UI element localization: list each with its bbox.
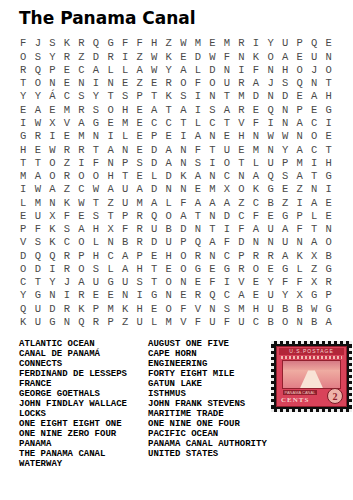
grid-cell[interactable]: N — [45, 289, 60, 302]
grid-cell[interactable]: V — [176, 316, 191, 329]
grid-cell[interactable]: E — [31, 143, 46, 156]
grid-cell[interactable]: U — [307, 50, 322, 63]
grid-cell[interactable]: E — [16, 209, 31, 222]
grid-cell[interactable]: O — [16, 50, 31, 63]
grid-cell[interactable]: E — [249, 103, 264, 116]
grid-cell[interactable]: U — [118, 183, 133, 196]
grid-cell[interactable]: R — [191, 289, 206, 302]
grid-cell[interactable]: R — [31, 130, 46, 143]
grid-cell[interactable]: L — [147, 316, 162, 329]
grid-cell[interactable]: K — [161, 90, 176, 103]
grid-cell[interactable]: T — [89, 196, 104, 209]
grid-cell[interactable]: A — [74, 223, 89, 236]
grid-cell[interactable]: O — [321, 236, 336, 249]
grid-cell[interactable]: R — [74, 289, 89, 302]
grid-cell[interactable]: T — [321, 77, 336, 90]
grid-cell[interactable]: U — [263, 156, 278, 169]
grid-cell[interactable]: M — [161, 316, 176, 329]
grid-cell[interactable]: G — [321, 103, 336, 116]
grid-cell[interactable]: N — [292, 316, 307, 329]
grid-cell[interactable]: K — [60, 37, 75, 50]
grid-cell[interactable]: S — [132, 276, 147, 289]
grid-cell[interactable]: H — [132, 263, 147, 276]
grid-cell[interactable]: P — [74, 249, 89, 262]
grid-cell[interactable]: D — [161, 170, 176, 183]
grid-cell[interactable]: E — [132, 130, 147, 143]
grid-cell[interactable]: B — [118, 236, 133, 249]
grid-cell[interactable]: N — [176, 276, 191, 289]
grid-cell[interactable]: Z — [118, 316, 133, 329]
grid-cell[interactable]: X — [103, 223, 118, 236]
grid-cell[interactable]: L — [103, 64, 118, 77]
grid-cell[interactable]: P — [132, 249, 147, 262]
grid-cell[interactable]: S — [89, 209, 104, 222]
grid-cell[interactable]: U — [263, 302, 278, 315]
grid-cell[interactable]: R — [234, 37, 249, 50]
grid-cell[interactable]: R — [103, 50, 118, 63]
grid-cell[interactable]: L — [147, 170, 162, 183]
grid-cell[interactable]: H — [161, 249, 176, 262]
grid-cell[interactable]: W — [176, 37, 191, 50]
grid-cell[interactable]: R — [263, 249, 278, 262]
grid-cell[interactable]: F — [205, 276, 220, 289]
grid-cell[interactable]: A — [147, 103, 162, 116]
grid-cell[interactable]: H — [16, 143, 31, 156]
grid-cell[interactable]: A — [31, 103, 46, 116]
grid-cell[interactable]: W — [147, 50, 162, 63]
grid-cell[interactable]: U — [263, 223, 278, 236]
grid-cell[interactable]: C — [103, 249, 118, 262]
grid-cell[interactable]: E — [292, 90, 307, 103]
grid-cell[interactable]: Z — [132, 77, 147, 90]
grid-cell[interactable]: Y — [263, 276, 278, 289]
grid-cell[interactable]: N — [205, 90, 220, 103]
grid-cell[interactable]: R — [249, 249, 264, 262]
grid-cell[interactable]: U — [31, 209, 46, 222]
grid-cell[interactable]: A — [176, 103, 191, 116]
grid-cell[interactable]: E — [161, 263, 176, 276]
grid-cell[interactable]: P — [132, 90, 147, 103]
grid-cell[interactable]: L — [16, 196, 31, 209]
grid-cell[interactable]: W — [31, 183, 46, 196]
grid-cell[interactable]: Y — [263, 37, 278, 50]
grid-cell[interactable]: C — [74, 64, 89, 77]
grid-cell[interactable]: V — [16, 236, 31, 249]
grid-cell[interactable]: F — [60, 209, 75, 222]
grid-cell[interactable]: E — [205, 263, 220, 276]
grid-cell[interactable]: P — [16, 223, 31, 236]
grid-cell[interactable]: U — [161, 236, 176, 249]
grid-cell[interactable]: O — [307, 130, 322, 143]
grid-cell[interactable]: E — [321, 196, 336, 209]
grid-cell[interactable]: Q — [263, 103, 278, 116]
grid-cell[interactable]: S — [45, 37, 60, 50]
grid-cell[interactable]: A — [161, 143, 176, 156]
grid-cell[interactable]: P — [45, 64, 60, 77]
grid-cell[interactable]: F — [292, 223, 307, 236]
grid-cell[interactable]: H — [89, 249, 104, 262]
grid-cell[interactable]: E — [263, 209, 278, 222]
grid-cell[interactable]: C — [147, 117, 162, 130]
grid-cell[interactable]: F — [191, 316, 206, 329]
grid-cell[interactable]: H — [249, 302, 264, 315]
grid-cell[interactable]: I — [103, 130, 118, 143]
grid-cell[interactable]: F — [249, 117, 264, 130]
grid-cell[interactable]: Z — [103, 196, 118, 209]
grid-cell[interactable]: A — [118, 249, 133, 262]
grid-cell[interactable]: N — [249, 130, 264, 143]
grid-cell[interactable]: H — [118, 103, 133, 116]
grid-cell[interactable]: I — [220, 223, 235, 236]
grid-cell[interactable]: M — [118, 117, 133, 130]
grid-cell[interactable]: D — [278, 90, 293, 103]
grid-cell[interactable]: C — [220, 249, 235, 262]
grid-cell[interactable]: F — [16, 37, 31, 50]
grid-cell[interactable]: N — [205, 130, 220, 143]
grid-cell[interactable]: G — [321, 302, 336, 315]
grid-cell[interactable]: Q — [263, 170, 278, 183]
grid-cell[interactable]: S — [89, 103, 104, 116]
grid-cell[interactable]: O — [161, 276, 176, 289]
grid-cell[interactable]: D — [205, 64, 220, 77]
grid-cell[interactable]: W — [31, 117, 46, 130]
grid-cell[interactable]: A — [292, 117, 307, 130]
grid-cell[interactable]: N — [118, 143, 133, 156]
grid-cell[interactable]: U — [89, 276, 104, 289]
grid-cell[interactable]: F — [220, 236, 235, 249]
grid-cell[interactable]: O — [278, 316, 293, 329]
grid-cell[interactable]: E — [132, 103, 147, 116]
grid-cell[interactable]: N — [321, 50, 336, 63]
grid-cell[interactable]: A — [45, 183, 60, 196]
grid-cell[interactable]: O — [74, 236, 89, 249]
grid-cell[interactable]: R — [60, 50, 75, 63]
grid-cell[interactable]: M — [220, 37, 235, 50]
grid-cell[interactable]: T — [321, 143, 336, 156]
grid-cell[interactable]: E — [263, 263, 278, 276]
grid-cell[interactable]: N — [263, 64, 278, 77]
grid-cell[interactable]: O — [205, 77, 220, 90]
grid-cell[interactable]: E — [60, 130, 75, 143]
grid-cell[interactable]: S — [31, 236, 46, 249]
grid-cell[interactable]: H — [321, 156, 336, 169]
grid-cell[interactable]: N — [292, 236, 307, 249]
grid-cell[interactable]: W — [263, 130, 278, 143]
grid-cell[interactable]: L — [118, 130, 133, 143]
grid-cell[interactable]: J — [31, 37, 46, 50]
grid-cell[interactable]: F — [176, 196, 191, 209]
grid-cell[interactable]: T — [191, 209, 206, 222]
grid-cell[interactable]: T — [89, 143, 104, 156]
grid-cell[interactable]: G — [263, 183, 278, 196]
grid-cell[interactable]: D — [147, 143, 162, 156]
grid-cell[interactable]: R — [74, 103, 89, 116]
grid-cell[interactable]: S — [220, 302, 235, 315]
grid-cell[interactable]: X — [45, 117, 60, 130]
grid-cell[interactable]: O — [176, 249, 191, 262]
grid-cell[interactable]: E — [16, 103, 31, 116]
grid-cell[interactable]: I — [307, 156, 322, 169]
grid-cell[interactable]: I — [118, 50, 133, 63]
grid-cell[interactable]: M — [249, 143, 264, 156]
grid-cell[interactable]: N — [278, 117, 293, 130]
grid-cell[interactable]: D — [191, 50, 206, 63]
grid-cell[interactable]: A — [191, 170, 206, 183]
grid-cell[interactable]: A — [89, 64, 104, 77]
grid-cell[interactable]: Z — [132, 50, 147, 63]
grid-cell[interactable]: K — [74, 302, 89, 315]
grid-cell[interactable]: Z — [60, 183, 75, 196]
grid-cell[interactable]: V — [234, 276, 249, 289]
grid-cell[interactable]: S — [74, 90, 89, 103]
grid-cell[interactable]: P — [292, 37, 307, 50]
grid-cell[interactable]: A — [31, 170, 46, 183]
grid-cell[interactable]: O — [161, 209, 176, 222]
grid-cell[interactable]: I — [60, 289, 75, 302]
grid-cell[interactable]: U — [220, 77, 235, 90]
grid-cell[interactable]: P — [103, 316, 118, 329]
grid-cell[interactable]: N — [161, 289, 176, 302]
grid-cell[interactable]: F — [118, 37, 133, 50]
grid-cell[interactable]: P — [89, 302, 104, 315]
grid-cell[interactable]: A — [249, 170, 264, 183]
grid-cell[interactable]: G — [307, 289, 322, 302]
grid-cell[interactable]: T — [220, 90, 235, 103]
grid-cell[interactable]: A — [307, 236, 322, 249]
grid-cell[interactable]: T — [16, 156, 31, 169]
grid-cell[interactable]: A — [220, 196, 235, 209]
grid-cell[interactable]: I — [321, 183, 336, 196]
grid-cell[interactable]: P — [292, 209, 307, 222]
grid-cell[interactable]: T — [147, 276, 162, 289]
grid-cell[interactable]: S — [176, 90, 191, 103]
grid-cell[interactable]: K — [45, 223, 60, 236]
grid-cell[interactable]: E — [161, 130, 176, 143]
grid-cell[interactable]: R — [234, 103, 249, 116]
grid-cell[interactable]: R — [132, 236, 147, 249]
grid-cell[interactable]: S — [132, 156, 147, 169]
grid-cell[interactable]: T — [16, 77, 31, 90]
grid-cell[interactable]: T — [103, 209, 118, 222]
grid-cell[interactable]: A — [74, 117, 89, 130]
grid-cell[interactable]: Á — [45, 90, 60, 103]
grid-cell[interactable]: I — [45, 130, 60, 143]
grid-cell[interactable]: C — [249, 196, 264, 209]
grid-cell[interactable]: K — [118, 302, 133, 315]
grid-cell[interactable]: A — [132, 183, 147, 196]
grid-cell[interactable]: O — [74, 170, 89, 183]
grid-cell[interactable]: N — [45, 196, 60, 209]
grid-cell[interactable]: O — [45, 156, 60, 169]
grid-cell[interactable]: F — [234, 223, 249, 236]
grid-cell[interactable]: W — [147, 64, 162, 77]
grid-cell[interactable]: E — [176, 289, 191, 302]
grid-cell[interactable]: Q — [16, 302, 31, 315]
grid-cell[interactable]: J — [263, 77, 278, 90]
grid-cell[interactable]: N — [263, 236, 278, 249]
grid-cell[interactable]: R — [132, 223, 147, 236]
grid-cell[interactable]: A — [249, 223, 264, 236]
grid-cell[interactable]: Z — [278, 196, 293, 209]
grid-cell[interactable]: J — [307, 64, 322, 77]
grid-cell[interactable]: R — [161, 77, 176, 90]
grid-cell[interactable]: G — [191, 263, 206, 276]
grid-cell[interactable]: T — [176, 117, 191, 130]
grid-cell[interactable]: M — [234, 90, 249, 103]
grid-cell[interactable]: N — [118, 289, 133, 302]
grid-cell[interactable]: B — [263, 196, 278, 209]
grid-cell[interactable]: B — [321, 249, 336, 262]
grid-cell[interactable]: U — [278, 236, 293, 249]
grid-cell[interactable]: I — [45, 263, 60, 276]
grid-cell[interactable]: K — [60, 196, 75, 209]
grid-cell[interactable]: P — [176, 236, 191, 249]
grid-cell[interactable]: C — [220, 170, 235, 183]
grid-cell[interactable]: N — [191, 223, 206, 236]
grid-cell[interactable]: F — [191, 77, 206, 90]
grid-cell[interactable]: Q — [74, 316, 89, 329]
grid-cell[interactable]: X — [292, 289, 307, 302]
grid-cell[interactable]: R — [89, 316, 104, 329]
grid-cell[interactable]: Z — [234, 196, 249, 209]
grid-cell[interactable]: B — [161, 223, 176, 236]
grid-cell[interactable]: T — [205, 223, 220, 236]
grid-cell[interactable]: U — [118, 276, 133, 289]
grid-cell[interactable]: Y — [45, 50, 60, 63]
grid-cell[interactable]: P — [147, 130, 162, 143]
grid-cell[interactable]: M — [234, 302, 249, 315]
grid-cell[interactable]: D — [249, 90, 264, 103]
grid-cell[interactable]: X — [220, 183, 235, 196]
grid-cell[interactable]: A — [249, 77, 264, 90]
grid-cell[interactable]: D — [89, 50, 104, 63]
grid-cell[interactable]: B — [307, 316, 322, 329]
grid-cell[interactable]: R — [60, 263, 75, 276]
grid-cell[interactable]: Q — [89, 37, 104, 50]
grid-cell[interactable]: O — [16, 263, 31, 276]
grid-cell[interactable]: R — [321, 276, 336, 289]
grid-cell[interactable]: E — [89, 289, 104, 302]
grid-cell[interactable]: A — [220, 103, 235, 116]
grid-cell[interactable]: O — [74, 263, 89, 276]
grid-cell[interactable]: O — [321, 64, 336, 77]
grid-cell[interactable]: E — [205, 37, 220, 50]
grid-cell[interactable]: A — [191, 130, 206, 143]
grid-cell[interactable]: R — [60, 249, 75, 262]
grid-cell[interactable]: W — [278, 130, 293, 143]
grid-cell[interactable]: R — [74, 143, 89, 156]
grid-cell[interactable]: F — [220, 316, 235, 329]
grid-cell[interactable]: A — [74, 276, 89, 289]
grid-cell[interactable]: R — [234, 263, 249, 276]
grid-cell[interactable]: G — [31, 289, 46, 302]
grid-cell[interactable]: K — [249, 183, 264, 196]
grid-cell[interactable]: C — [161, 117, 176, 130]
grid-cell[interactable]: Q — [147, 209, 162, 222]
grid-cell[interactable]: X — [307, 276, 322, 289]
grid-cell[interactable]: E — [321, 209, 336, 222]
grid-cell[interactable]: D — [176, 223, 191, 236]
grid-cell[interactable]: O — [103, 103, 118, 116]
grid-cell[interactable]: M — [60, 103, 75, 116]
grid-cell[interactable]: C — [74, 183, 89, 196]
grid-cell[interactable]: P — [118, 209, 133, 222]
grid-cell[interactable]: E — [191, 276, 206, 289]
grid-cell[interactable]: J — [60, 276, 75, 289]
grid-cell[interactable]: L — [292, 263, 307, 276]
grid-cell[interactable]: G — [278, 209, 293, 222]
grid-cell[interactable]: H — [278, 64, 293, 77]
grid-cell[interactable]: G — [321, 263, 336, 276]
grid-cell[interactable]: M — [132, 196, 147, 209]
grid-cell[interactable]: F — [132, 37, 147, 50]
grid-cell[interactable]: T — [205, 143, 220, 156]
grid-cell[interactable]: W — [307, 302, 322, 315]
grid-cell[interactable]: O — [292, 64, 307, 77]
grid-cell[interactable]: K — [16, 316, 31, 329]
grid-cell[interactable]: L — [191, 117, 206, 130]
grid-cell[interactable]: U — [205, 316, 220, 329]
grid-cell[interactable]: C — [60, 236, 75, 249]
grid-cell[interactable]: Z — [161, 37, 176, 50]
grid-cell[interactable]: M — [205, 183, 220, 196]
grid-cell[interactable]: E — [60, 64, 75, 77]
grid-cell[interactable]: U — [132, 316, 147, 329]
grid-cell[interactable]: O — [249, 263, 264, 276]
grid-cell[interactable]: Y — [278, 143, 293, 156]
grid-cell[interactable]: I — [89, 77, 104, 90]
grid-cell[interactable]: E — [103, 289, 118, 302]
grid-cell[interactable]: U — [118, 196, 133, 209]
grid-cell[interactable]: A — [205, 236, 220, 249]
grid-cell[interactable]: Y — [89, 90, 104, 103]
grid-cell[interactable]: Q — [31, 64, 46, 77]
grid-cell[interactable]: M — [292, 156, 307, 169]
grid-cell[interactable]: A — [176, 209, 191, 222]
grid-cell[interactable]: A — [234, 289, 249, 302]
grid-cell[interactable]: C — [205, 117, 220, 130]
grid-cell[interactable]: O — [176, 77, 191, 90]
grid-cell[interactable]: E — [132, 117, 147, 130]
grid-cell[interactable]: C — [307, 143, 322, 156]
grid-cell[interactable]: R — [60, 302, 75, 315]
grid-cell[interactable]: A — [307, 196, 322, 209]
grid-cell[interactable]: D — [147, 156, 162, 169]
grid-cell[interactable]: D — [45, 302, 60, 315]
grid-cell[interactable]: N — [263, 143, 278, 156]
grid-cell[interactable]: P — [278, 156, 293, 169]
grid-cell[interactable]: F — [292, 276, 307, 289]
grid-cell[interactable]: G — [147, 289, 162, 302]
grid-cell[interactable]: O — [234, 183, 249, 196]
grid-cell[interactable]: O — [89, 170, 104, 183]
grid-cell[interactable]: I — [292, 196, 307, 209]
grid-cell[interactable]: L — [307, 209, 322, 222]
grid-cell[interactable]: A — [147, 196, 162, 209]
grid-cell[interactable]: S — [278, 170, 293, 183]
grid-cell[interactable]: E — [103, 117, 118, 130]
grid-cell[interactable]: Y — [278, 289, 293, 302]
grid-cell[interactable]: A — [321, 316, 336, 329]
grid-cell[interactable]: N — [103, 77, 118, 90]
grid-cell[interactable]: S — [205, 103, 220, 116]
grid-cell[interactable]: T — [103, 90, 118, 103]
grid-cell[interactable]: L — [249, 156, 264, 169]
grid-cell[interactable]: Y — [45, 276, 60, 289]
grid-cell[interactable]: N — [278, 103, 293, 116]
grid-cell[interactable]: D — [220, 209, 235, 222]
grid-cell[interactable]: F — [118, 223, 133, 236]
